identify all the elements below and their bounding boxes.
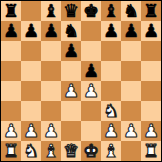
square-d5[interactable] (61, 61, 81, 81)
square-f7[interactable]: ♟ (101, 21, 121, 41)
square-h7[interactable]: ♟ (141, 21, 161, 41)
square-f4[interactable] (101, 81, 121, 101)
black-pawn: ♟ (83, 61, 99, 81)
black-pawn: ♟ (143, 21, 159, 41)
square-h5[interactable] (141, 61, 161, 81)
square-e2[interactable] (81, 121, 101, 141)
square-c4[interactable] (41, 81, 61, 101)
square-d4[interactable]: ♟ (61, 81, 81, 101)
chess-board: ♜♝♛♚♝♞♜♟♟♟♞♟♟♟♟♟♟♟♞♟♟♟♟♟♟♜♞♝♛♚♝♜ (0, 0, 162, 162)
square-e5[interactable]: ♟ (81, 61, 101, 81)
square-d2[interactable] (61, 121, 81, 141)
square-a8[interactable]: ♜ (1, 1, 21, 21)
black-bishop: ♝ (103, 1, 119, 21)
square-d6[interactable]: ♟ (61, 41, 81, 61)
square-h1[interactable]: ♜ (141, 141, 161, 161)
black-rook: ♜ (143, 1, 159, 21)
white-pawn: ♟ (63, 81, 79, 101)
square-b8[interactable] (21, 1, 41, 21)
square-a3[interactable] (1, 101, 21, 121)
square-h4[interactable] (141, 81, 161, 101)
black-queen: ♛ (63, 1, 79, 21)
white-bishop: ♝ (103, 141, 119, 161)
black-pawn: ♟ (3, 21, 19, 41)
square-a4[interactable] (1, 81, 21, 101)
square-c3[interactable] (41, 101, 61, 121)
white-pawn: ♟ (83, 81, 99, 101)
white-pawn: ♟ (103, 121, 119, 141)
square-a2[interactable]: ♟ (1, 121, 21, 141)
black-pawn: ♟ (23, 21, 39, 41)
white-rook: ♜ (143, 141, 159, 161)
square-b7[interactable]: ♟ (21, 21, 41, 41)
square-g1[interactable] (121, 141, 141, 161)
square-a6[interactable] (1, 41, 21, 61)
square-c5[interactable] (41, 61, 61, 81)
white-pawn: ♟ (123, 121, 139, 141)
square-f6[interactable] (101, 41, 121, 61)
square-f8[interactable]: ♝ (101, 1, 121, 21)
square-e7[interactable] (81, 21, 101, 41)
square-h3[interactable] (141, 101, 161, 121)
black-king: ♚ (83, 1, 99, 21)
white-knight: ♞ (23, 141, 39, 161)
square-a7[interactable]: ♟ (1, 21, 21, 41)
square-e3[interactable] (81, 101, 101, 121)
square-h6[interactable] (141, 41, 161, 61)
square-g4[interactable] (121, 81, 141, 101)
square-f5[interactable] (101, 61, 121, 81)
white-knight: ♞ (103, 101, 119, 121)
black-knight: ♞ (63, 21, 79, 41)
square-g6[interactable] (121, 41, 141, 61)
square-c2[interactable]: ♟ (41, 121, 61, 141)
square-b3[interactable] (21, 101, 41, 121)
square-g7[interactable]: ♟ (121, 21, 141, 41)
square-g2[interactable]: ♟ (121, 121, 141, 141)
square-c7[interactable]: ♟ (41, 21, 61, 41)
square-c8[interactable]: ♝ (41, 1, 61, 21)
square-c6[interactable] (41, 41, 61, 61)
white-pawn: ♟ (3, 121, 19, 141)
square-b2[interactable]: ♟ (21, 121, 41, 141)
white-rook: ♜ (3, 141, 19, 161)
square-a1[interactable]: ♜ (1, 141, 21, 161)
white-queen: ♛ (63, 141, 79, 161)
square-f2[interactable]: ♟ (101, 121, 121, 141)
square-d7[interactable]: ♞ (61, 21, 81, 41)
white-pawn: ♟ (23, 121, 39, 141)
black-bishop: ♝ (43, 1, 59, 21)
square-h8[interactable]: ♜ (141, 1, 161, 21)
square-a5[interactable] (1, 61, 21, 81)
white-pawn: ♟ (43, 121, 59, 141)
square-e8[interactable]: ♚ (81, 1, 101, 21)
square-d8[interactable]: ♛ (61, 1, 81, 21)
black-pawn: ♟ (103, 21, 119, 41)
square-g3[interactable] (121, 101, 141, 121)
black-rook: ♜ (3, 1, 19, 21)
square-b4[interactable] (21, 81, 41, 101)
square-f1[interactable]: ♝ (101, 141, 121, 161)
square-g5[interactable] (121, 61, 141, 81)
square-d3[interactable] (61, 101, 81, 121)
square-b6[interactable] (21, 41, 41, 61)
square-d1[interactable]: ♛ (61, 141, 81, 161)
square-e6[interactable] (81, 41, 101, 61)
square-c1[interactable]: ♝ (41, 141, 61, 161)
square-b1[interactable]: ♞ (21, 141, 41, 161)
white-bishop: ♝ (43, 141, 59, 161)
square-b5[interactable] (21, 61, 41, 81)
black-knight: ♞ (123, 1, 139, 21)
black-pawn: ♟ (63, 41, 79, 61)
square-h2[interactable]: ♟ (141, 121, 161, 141)
white-king: ♚ (83, 141, 99, 161)
black-pawn: ♟ (43, 21, 59, 41)
square-e1[interactable]: ♚ (81, 141, 101, 161)
black-pawn: ♟ (123, 21, 139, 41)
square-e4[interactable]: ♟ (81, 81, 101, 101)
square-g8[interactable]: ♞ (121, 1, 141, 21)
white-pawn: ♟ (143, 121, 159, 141)
square-f3[interactable]: ♞ (101, 101, 121, 121)
